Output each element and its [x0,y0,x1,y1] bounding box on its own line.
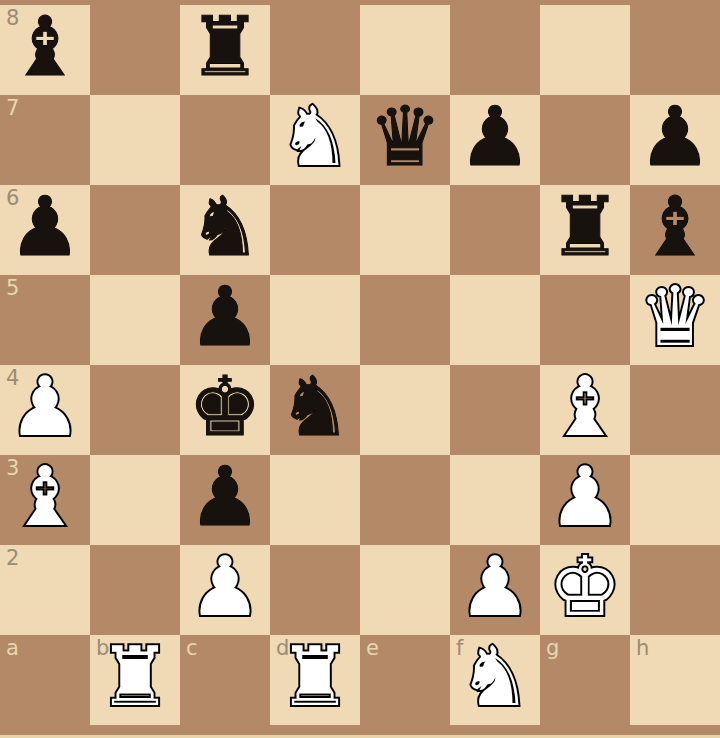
square-b2[interactable] [90,545,180,635]
file-label-h: h [636,635,649,661]
rank-label-7: 7 [6,95,19,121]
square-e1[interactable]: e [360,635,450,725]
square-h3[interactable] [630,455,720,545]
square-f2[interactable]: ♟ [450,545,540,635]
rank-label-5: 5 [6,275,19,301]
square-g4[interactable]: ♝ [540,365,630,455]
black-bishop[interactable]: ♝ [638,182,712,272]
square-f1[interactable]: f♞ [450,635,540,725]
square-g2[interactable]: ♚ [540,545,630,635]
square-c4[interactable]: ♚ [180,365,270,455]
square-c6[interactable]: ♞ [180,185,270,275]
black-queen[interactable]: ♛ [368,92,442,182]
square-c5[interactable]: ♟ [180,275,270,365]
file-label-e: e [366,635,379,661]
square-g5[interactable] [540,275,630,365]
square-e2[interactable] [360,545,450,635]
square-h7[interactable]: ♟ [630,95,720,185]
square-a4[interactable]: 4♟ [0,365,90,455]
black-pawn[interactable]: ♟ [188,272,262,362]
square-c3[interactable]: ♟ [180,455,270,545]
white-queen[interactable]: ♛ [638,272,712,362]
square-b6[interactable] [90,185,180,275]
square-b8[interactable] [90,5,180,95]
white-knight[interactable]: ♞ [278,92,352,182]
black-knight[interactable]: ♞ [188,182,262,272]
square-f7[interactable]: ♟ [450,95,540,185]
square-g8[interactable] [540,5,630,95]
black-pawn[interactable]: ♟ [188,452,262,542]
black-bishop[interactable]: ♝ [8,2,82,92]
square-a3[interactable]: 3♝ [0,455,90,545]
white-pawn[interactable]: ♟ [548,452,622,542]
square-h5[interactable]: ♛ [630,275,720,365]
black-pawn[interactable]: ♟ [458,92,532,182]
file-label-a: a [6,635,19,661]
square-d1[interactable]: d♜ [270,635,360,725]
black-pawn[interactable]: ♟ [8,182,82,272]
white-bishop[interactable]: ♝ [548,362,622,452]
square-b1[interactable]: b♜ [90,635,180,725]
square-d2[interactable] [270,545,360,635]
chess-app-screen: 8♝♜7♞♛♟♟6♟♞♜♝5♟♛4♟♚♞♝3♝♟♟2♟♟♚ab♜cd♜ef♞gh [0,0,720,738]
white-king[interactable]: ♚ [548,542,622,632]
square-d7[interactable]: ♞ [270,95,360,185]
square-g3[interactable]: ♟ [540,455,630,545]
square-e4[interactable] [360,365,450,455]
file-label-c: c [186,635,198,661]
square-b5[interactable] [90,275,180,365]
square-b7[interactable] [90,95,180,185]
square-a8[interactable]: 8♝ [0,5,90,95]
square-a2[interactable]: 2 [0,545,90,635]
square-d4[interactable]: ♞ [270,365,360,455]
square-e7[interactable]: ♛ [360,95,450,185]
square-b3[interactable] [90,455,180,545]
square-h6[interactable]: ♝ [630,185,720,275]
square-a7[interactable]: 7 [0,95,90,185]
white-knight[interactable]: ♞ [458,632,532,722]
file-label-g: g [546,635,559,661]
black-pawn[interactable]: ♟ [638,92,712,182]
square-a1[interactable]: a [0,635,90,725]
square-e8[interactable] [360,5,450,95]
square-c2[interactable]: ♟ [180,545,270,635]
square-f5[interactable] [450,275,540,365]
black-knight[interactable]: ♞ [278,362,352,452]
square-f4[interactable] [450,365,540,455]
white-pawn[interactable]: ♟ [8,362,82,452]
square-h4[interactable] [630,365,720,455]
board-frame-bottom [0,725,720,735]
square-c8[interactable]: ♜ [180,5,270,95]
square-h1[interactable]: h [630,635,720,725]
square-e5[interactable] [360,275,450,365]
square-a5[interactable]: 5 [0,275,90,365]
white-rook[interactable]: ♜ [98,632,172,722]
chess-board: 8♝♜7♞♛♟♟6♟♞♜♝5♟♛4♟♚♞♝3♝♟♟2♟♟♚ab♜cd♜ef♞gh [0,5,720,725]
square-g7[interactable] [540,95,630,185]
square-f3[interactable] [450,455,540,545]
rank-label-2: 2 [6,545,19,571]
square-c1[interactable]: c [180,635,270,725]
white-pawn[interactable]: ♟ [458,542,532,632]
black-rook[interactable]: ♜ [548,182,622,272]
white-rook[interactable]: ♜ [278,632,352,722]
square-f6[interactable] [450,185,540,275]
square-b4[interactable] [90,365,180,455]
square-h8[interactable] [630,5,720,95]
square-g6[interactable]: ♜ [540,185,630,275]
white-bishop[interactable]: ♝ [8,452,82,542]
square-h2[interactable] [630,545,720,635]
square-d8[interactable] [270,5,360,95]
square-g1[interactable]: g [540,635,630,725]
square-d3[interactable] [270,455,360,545]
black-rook[interactable]: ♜ [188,2,262,92]
white-pawn[interactable]: ♟ [188,542,262,632]
square-f8[interactable] [450,5,540,95]
square-c7[interactable] [180,95,270,185]
square-d6[interactable] [270,185,360,275]
square-d5[interactable] [270,275,360,365]
square-e6[interactable] [360,185,450,275]
square-e3[interactable] [360,455,450,545]
black-king[interactable]: ♚ [188,362,262,452]
square-a6[interactable]: 6♟ [0,185,90,275]
